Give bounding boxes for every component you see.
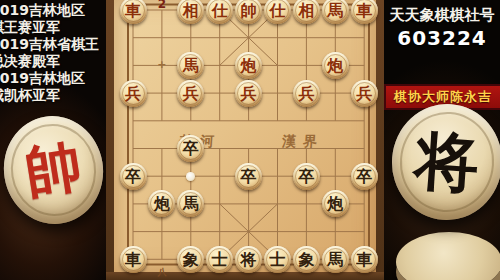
piece-character: 馬 — [327, 0, 343, 21]
board-piece-red[interactable]: 兵 — [120, 80, 147, 107]
piece-character: 炮 — [327, 194, 343, 215]
board-piece-red[interactable]: 炮 — [322, 52, 349, 79]
board-piece-black[interactable]: 卒 — [120, 163, 147, 190]
piece-character: 馬 — [327, 249, 343, 270]
river-label-han: 漢界 — [281, 133, 324, 151]
piece-character: 帥 — [241, 0, 257, 21]
board-grid-lines — [106, 0, 384, 280]
board-piece-black[interactable]: 士 — [206, 246, 233, 273]
bottom-file-number: 八 — [156, 266, 168, 279]
piece-character: 炮 — [327, 55, 343, 76]
board-piece-red[interactable]: 車 — [120, 0, 147, 24]
piece-character: 卒 — [125, 166, 141, 187]
board-piece-black[interactable]: 将 — [235, 246, 262, 273]
board-piece-black[interactable]: 士 — [264, 246, 291, 273]
piece-character: 相 — [183, 0, 199, 21]
board-piece-red[interactable]: 炮 — [235, 52, 262, 79]
piece-character: 卒 — [356, 166, 372, 187]
board-piece-black[interactable]: 車 — [120, 246, 147, 273]
board-piece-black[interactable]: 象 — [177, 246, 204, 273]
piece-character: 車 — [356, 249, 372, 270]
board-piece-black[interactable]: 象 — [293, 246, 320, 273]
board-piece-red[interactable]: 兵 — [177, 80, 204, 107]
piece-character: 兵 — [125, 83, 141, 104]
last-move-origin-dot — [186, 172, 195, 181]
piece-character: 卒 — [298, 166, 314, 187]
player-achievements: 2019吉林地区 棋王赛亚军 2019吉林省棋王 总决赛殿军 2019吉林地区 … — [0, 2, 108, 104]
board-piece-black[interactable]: 卒 — [293, 163, 320, 190]
piece-character: 象 — [183, 249, 199, 270]
board-piece-red[interactable]: 馬 — [177, 52, 204, 79]
board-piece-red[interactable]: 馬 — [322, 0, 349, 24]
achievement-line: 2019吉林地区 — [0, 70, 108, 87]
board-piece-black[interactable]: 卒 — [351, 163, 378, 190]
board-piece-black[interactable]: 車 — [351, 246, 378, 273]
app-screen: 2019吉林地区 棋王赛亚军 2019吉林省棋王 总决赛殿军 2019吉林地区 … — [0, 0, 500, 280]
piece-character: 馬 — [183, 194, 199, 215]
board-piece-red[interactable]: 相 — [293, 0, 320, 24]
board-point-marker: + — [156, 59, 168, 71]
piece-character: 卒 — [183, 139, 199, 160]
piece-character: 仕 — [270, 0, 286, 21]
achievement-line: 威凯杯亚军 — [0, 87, 108, 104]
piece-character: 士 — [270, 249, 286, 270]
achievement-line: 2019吉林地区 — [0, 2, 108, 19]
piece-character: 車 — [125, 0, 141, 21]
achievement-line: 2019吉林省棋王 — [0, 36, 108, 53]
board-piece-black[interactable]: 卒 — [235, 163, 262, 190]
board-piece-red[interactable]: 仕 — [264, 0, 291, 24]
piece-character: 炮 — [154, 194, 170, 215]
board-piece-red[interactable]: 兵 — [293, 80, 320, 107]
club-name-label: 天天象棋棋社号 — [385, 6, 499, 25]
piece-character: 馬 — [183, 55, 199, 76]
top-file-number: 2 — [156, 0, 168, 11]
xiangqi-board[interactable]: 楚河 漢界 2 八 + 車相仕帥仕相馬車馬炮炮兵兵兵兵兵卒卒卒卒卒炮馬炮車象士将… — [106, 0, 384, 280]
board-piece-black[interactable]: 馬 — [322, 246, 349, 273]
board-piece-black[interactable]: 炮 — [322, 190, 349, 217]
piece-character: 兵 — [241, 83, 257, 104]
piece-character: 士 — [212, 249, 228, 270]
club-id-number: 603224 — [385, 26, 499, 50]
board-piece-red[interactable]: 帥 — [235, 0, 262, 24]
piece-character: 兵 — [298, 83, 314, 104]
piece-character: 兵 — [183, 83, 199, 104]
piece-character: 兵 — [356, 83, 372, 104]
board-piece-red[interactable]: 兵 — [351, 80, 378, 107]
piece-character: 仕 — [212, 0, 228, 21]
piece-character: 将 — [241, 249, 257, 270]
piece-character: 卒 — [241, 166, 257, 187]
piece-character: 車 — [125, 249, 141, 270]
board-piece-red[interactable]: 兵 — [235, 80, 262, 107]
achievement-line: 总决赛殿军 — [0, 53, 108, 70]
piece-character: 相 — [298, 0, 314, 21]
piece-character: 炮 — [241, 55, 257, 76]
board-piece-red[interactable]: 車 — [351, 0, 378, 24]
piece-character: 車 — [356, 0, 372, 21]
achievement-line: 棋王赛亚军 — [0, 19, 108, 36]
piece-character: 象 — [298, 249, 314, 270]
piece-ring — [4, 117, 103, 222]
